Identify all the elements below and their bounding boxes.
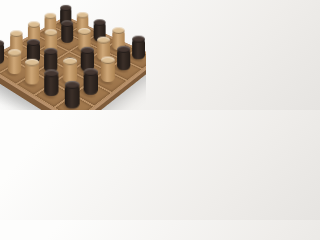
scene <box>0 0 146 110</box>
peg-light[interactable] <box>8 52 22 74</box>
peg-dark[interactable] <box>61 23 73 43</box>
peg-light[interactable] <box>101 60 115 82</box>
peg-dark[interactable] <box>84 72 98 95</box>
peg-dark[interactable] <box>132 39 145 60</box>
peg-dark[interactable] <box>0 43 4 64</box>
peg-dark[interactable] <box>45 73 60 96</box>
peg-dark[interactable] <box>117 49 130 71</box>
peg-light[interactable] <box>26 62 40 85</box>
peg-dark[interactable] <box>65 84 80 108</box>
